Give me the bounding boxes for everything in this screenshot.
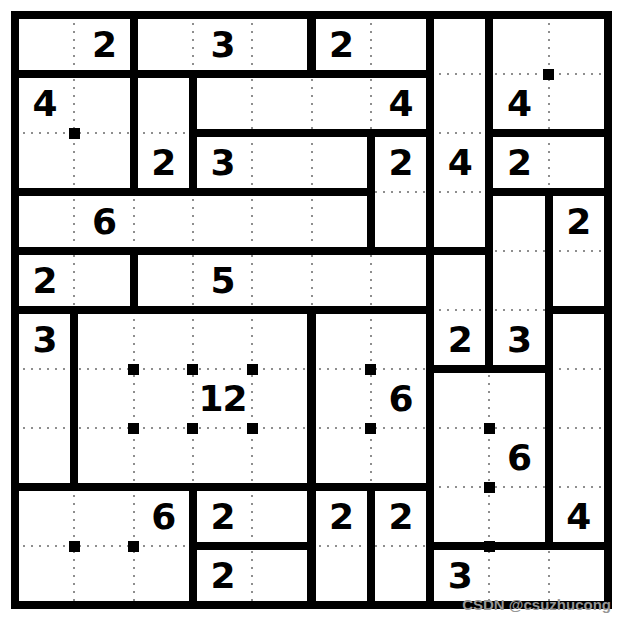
region-u-clue: 6 [489,428,548,487]
lattice-dot-7 [247,423,258,434]
region-a-clue: 2 [74,15,133,74]
region-q-clue: 2 [430,310,489,369]
region-y-clue: 2 [312,487,371,546]
lattice-dot-3 [187,364,198,375]
region-l-clue: 6 [74,192,133,251]
region-n-clue: 3 [489,310,548,369]
puzzle-region-p[interactable] [130,247,435,314]
region-t-clue: 6 [371,369,430,428]
lattice-dot-8 [365,364,376,375]
region-s-clue: 12 [193,369,252,428]
region-z-clue: 2 [371,487,430,546]
region-j-clue: 2 [371,133,430,192]
lattice-dot-0 [69,128,80,139]
lattice-dot-10 [484,423,495,434]
lattice-dot-14 [484,541,495,552]
region-e-clue: 4 [489,74,548,133]
region-w-clue: 6 [134,487,193,546]
region-b-clue: 3 [193,15,252,74]
region-c-clue: 2 [312,15,371,74]
screenshot-root: { "game": "shikaku", "grid": { "rows": 1… [0,0,623,626]
region-A-clue: 2 [193,546,252,605]
lattice-dot-11 [484,482,495,493]
lattice-dot-4 [247,364,258,375]
lattice-dot-1 [543,69,554,80]
region-i-clue: 3 [193,133,252,192]
region-r-clue: 3 [15,310,74,369]
region-o-clue: 2 [15,251,74,310]
region-m-clue: 2 [549,192,608,251]
region-f-clue: 4 [15,74,74,133]
puzzle-region-l[interactable] [11,188,375,255]
region-k-clue: 2 [489,133,548,192]
region-d-clue: 4 [430,133,489,192]
lattice-dot-5 [128,423,139,434]
region-p-clue: 5 [193,251,252,310]
watermark-text: CSDN @csuzhucong [462,596,611,613]
region-x-clue: 2 [193,487,252,546]
lattice-dot-12 [69,541,80,552]
shikaku-board[interactable]: 23244424322623252312664622223 [11,11,612,609]
region-v-clue: 4 [549,487,608,546]
lattice-dot-2 [128,364,139,375]
lattice-dot-13 [128,541,139,552]
region-g-clue: 2 [134,133,193,192]
lattice-dot-6 [187,423,198,434]
lattice-dot-9 [365,423,376,434]
region-h-clue: 4 [371,74,430,133]
